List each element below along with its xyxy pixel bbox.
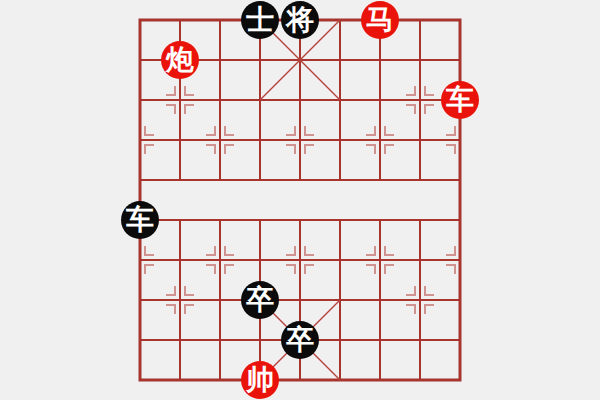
piece-red-chariot[interactable]: 车	[441, 81, 479, 119]
xiangqi-board: 士将马炮车车卒卒帅	[120, 0, 480, 400]
xiangqi-app: 士将马炮车车卒卒帅	[0, 0, 600, 400]
piece-black-soldier[interactable]: 卒	[281, 321, 319, 359]
piece-black-soldier[interactable]: 卒	[241, 281, 279, 319]
piece-black-advisor[interactable]: 士	[241, 1, 279, 39]
piece-red-cannon[interactable]: 炮	[161, 41, 199, 79]
piece-black-general[interactable]: 将	[281, 1, 319, 39]
piece-red-horse[interactable]: 马	[361, 1, 399, 39]
piece-red-general[interactable]: 帅	[241, 361, 279, 399]
piece-black-chariot[interactable]: 车	[121, 201, 159, 239]
piece-layer: 士将马炮车车卒卒帅	[120, 0, 480, 400]
